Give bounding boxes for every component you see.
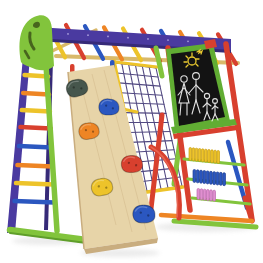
abacus-bead-yellow (195, 148, 198, 161)
side-panel (20, 15, 54, 70)
abacus-beads (189, 148, 226, 202)
abacus-bead-blue (219, 172, 222, 185)
abacus-bead-pink (213, 190, 216, 201)
abacus-bead-yellow (198, 149, 201, 162)
abacus-bead-yellow (214, 150, 217, 163)
abacus-bead-yellow (201, 149, 204, 162)
abacus-bead-pink (197, 189, 200, 200)
beam-dot (87, 34, 89, 36)
climbing-hold-orange (78, 122, 99, 140)
abacus-bead-blue (196, 170, 199, 183)
abacus-bead-blue (216, 172, 219, 185)
play-gym-illustration (0, 0, 263, 263)
ladder-rung-blue (19, 146, 52, 148)
ladder-rung-yellow (16, 183, 54, 185)
abacus-bead-yellow (192, 148, 195, 161)
abacus-bead-blue (200, 170, 203, 183)
beam-dot (187, 40, 189, 42)
abacus-bead-yellow (189, 148, 192, 161)
abacus-bead-pink (210, 190, 213, 201)
ladder-rung-orange (17, 165, 52, 167)
ladder-rung-blue (15, 201, 55, 203)
beam-dot (127, 37, 129, 39)
abacus-bead-pink (203, 189, 206, 200)
abacus-bead-yellow (205, 149, 208, 162)
abacus-bead-blue (193, 170, 196, 183)
beam-dot (147, 38, 149, 40)
abacus-bead-blue (203, 171, 206, 184)
abacus-bead-yellow (211, 150, 214, 163)
beam-dot (67, 33, 69, 35)
ladder-rung-red (20, 127, 50, 129)
abacus-bead-yellow (208, 150, 211, 163)
abacus-bead-blue (213, 172, 216, 185)
abacus-bead-pink (200, 189, 203, 200)
easel-right-rail-red (226, 44, 252, 220)
net-rope-h (125, 113, 166, 114)
climbing-hold-red (121, 155, 143, 173)
abacus-bead-blue (206, 171, 209, 184)
beam-dot (107, 36, 109, 38)
abacus-bead-blue (210, 171, 213, 184)
abacus-bead-blue (223, 173, 226, 186)
left-ladder (7, 50, 57, 233)
abacus-bead-pink (207, 190, 210, 201)
abacus-bead-yellow (217, 151, 220, 164)
ladder-rung-yellow (22, 110, 50, 112)
beam-dot (167, 39, 169, 41)
product-photo-kids-climbing-gym (0, 0, 263, 263)
